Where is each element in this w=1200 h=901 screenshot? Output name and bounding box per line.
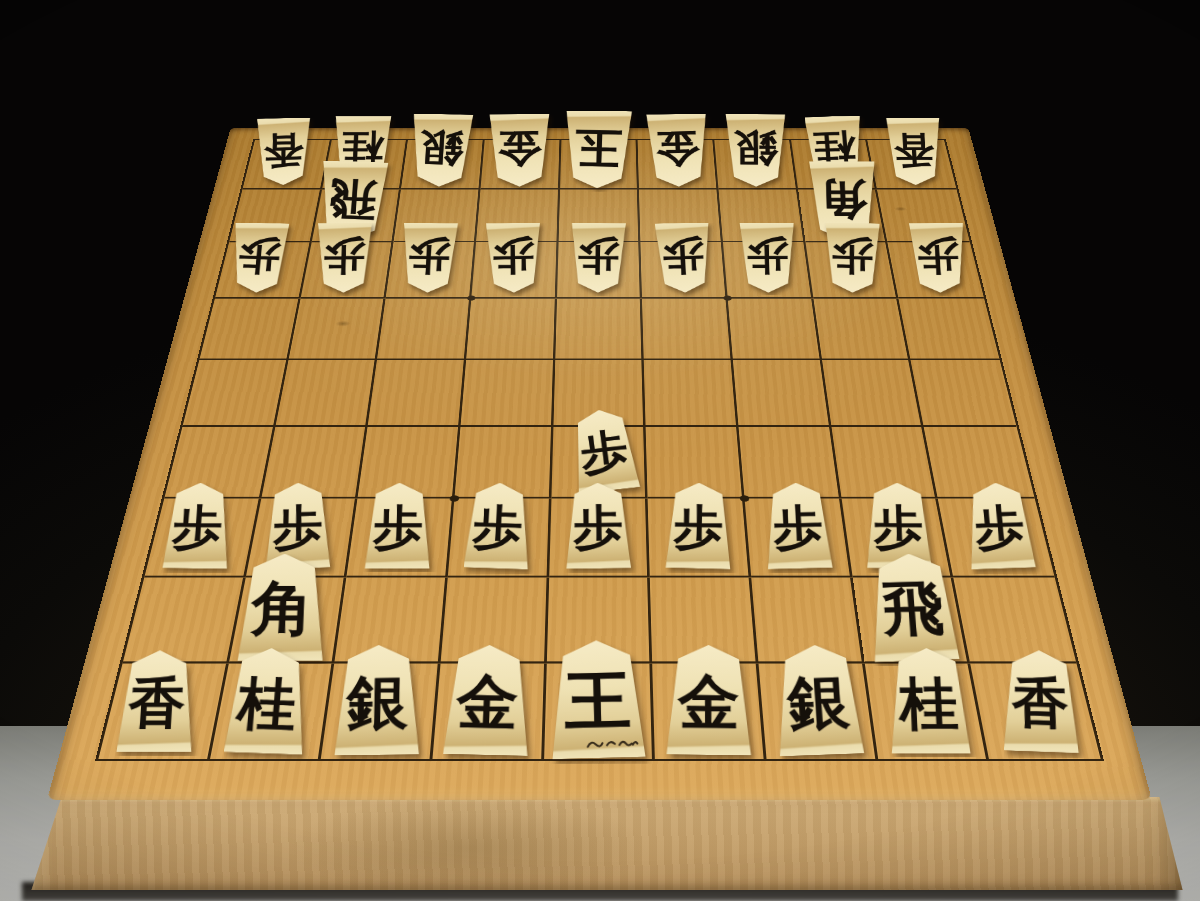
square-3a: 銀 [714, 140, 798, 189]
piece-pawn-gote[interactable]: 歩 [570, 223, 627, 293]
piece-silver-sente[interactable]: 銀 [332, 645, 423, 755]
piece-pawn-sente[interactable]: 歩 [964, 483, 1036, 569]
piece-body: 銀 [725, 114, 788, 187]
piece-kanji: 桂 [899, 674, 960, 730]
square-9d [199, 299, 300, 360]
piece-pawn-sente[interactable]: 歩 [162, 483, 234, 569]
piece-body: 桂 [222, 646, 312, 754]
piece-kanji: 香 [893, 132, 935, 168]
piece-body: 香 [885, 118, 944, 185]
square-9e [183, 360, 289, 426]
square-3e [733, 360, 831, 426]
square-9c: 歩 [215, 242, 312, 299]
shogi-set-photo: 香桂銀金玉金銀桂香飛角歩歩歩歩歩歩歩歩歩歩歩歩歩歩歩歩歩歩歩角飛香桂銀金王金銀桂… [0, 0, 1200, 901]
piece-kanji: 銀 [418, 128, 464, 169]
piece-kanji: 飛 [328, 177, 379, 221]
piece-pawn-sente[interactable]: 歩 [764, 483, 833, 569]
piece-body: 歩 [485, 222, 543, 293]
piece-pawn-sente[interactable]: 歩 [565, 483, 632, 569]
piece-kanji: 歩 [323, 237, 366, 275]
piece-gold-gote[interactable]: 金 [488, 114, 551, 187]
piece-lance-sente[interactable]: 香 [115, 650, 199, 751]
piece-pawn-sente[interactable]: 歩 [363, 483, 432, 569]
piece-pawn-gote[interactable]: 歩 [739, 223, 797, 293]
piece-kanji: 銀 [734, 129, 778, 169]
square-1g: 歩 [938, 499, 1055, 578]
square-2d [813, 299, 911, 360]
piece-kanji: 歩 [171, 504, 224, 551]
piece-rook-sente[interactable]: 飛 [867, 554, 959, 661]
star-point [740, 495, 750, 502]
piece-kanji: 王 [564, 669, 632, 735]
square-3i: 銀 [759, 664, 878, 759]
piece-kanji: 歩 [407, 236, 451, 275]
piece-kanji: 銀 [346, 672, 408, 732]
piece-body: 銀 [772, 644, 867, 757]
piece-kanji: 歩 [273, 503, 323, 551]
square-5a: 玉 [560, 140, 639, 189]
piece-body: 金 [664, 645, 752, 756]
piece-kanji: 香 [127, 676, 187, 731]
square-1i: 香 [971, 664, 1101, 759]
shogi-board: 香桂銀金玉金銀桂香飛角歩歩歩歩歩歩歩歩歩歩歩歩歩歩歩歩歩歩歩角飛香桂銀金王金銀桂… [47, 0, 1152, 800]
piece-body: 金 [645, 113, 710, 187]
square-7g: 歩 [347, 499, 455, 578]
piece-body: 歩 [664, 482, 732, 569]
piece-body: 歩 [462, 482, 533, 570]
piece-kanji: 桂 [236, 673, 299, 731]
piece-pawn-gote[interactable]: 歩 [908, 223, 968, 293]
piece-lance-gote[interactable]: 香 [885, 118, 944, 185]
square-4e [644, 360, 739, 426]
square-8c: 歩 [300, 242, 393, 299]
piece-body: 金 [488, 114, 551, 187]
square-4a: 金 [638, 140, 719, 189]
square-5g: 歩 [549, 499, 650, 578]
piece-kanji: 歩 [578, 427, 631, 476]
piece-body: 歩 [739, 223, 797, 293]
piece-kanji: 金 [655, 128, 700, 168]
square-7e [368, 360, 466, 426]
piece-gold-gote[interactable]: 金 [646, 114, 709, 187]
piece-body: 歩 [315, 222, 373, 293]
piece-kanji: 歩 [831, 236, 873, 275]
piece-pawn-gote[interactable]: 歩 [823, 223, 882, 293]
square-4c: 歩 [641, 242, 728, 299]
square-9a: 香 [242, 140, 331, 189]
square-5i: 王 [544, 664, 655, 759]
piece-body: 歩 [161, 483, 234, 570]
square-1a: 香 [867, 140, 956, 189]
square-3d [728, 299, 822, 360]
square-6i: 金 [432, 664, 546, 759]
square-3g: 歩 [745, 499, 853, 578]
square-2i: 桂 [865, 664, 990, 759]
piece-body: 歩 [908, 222, 969, 293]
board-top-surface: 香桂銀金玉金銀桂香飛角歩歩歩歩歩歩歩歩歩歩歩歩歩歩歩歩歩歩歩角飛香桂銀金王金銀桂… [47, 128, 1152, 800]
piece-pawn-gote[interactable]: 歩 [400, 223, 458, 293]
piece-pawn-gote[interactable]: 歩 [229, 223, 289, 293]
piece-body: 歩 [228, 222, 291, 294]
piece-kanji: 歩 [573, 504, 623, 551]
piece-silver-gote[interactable]: 銀 [724, 114, 788, 187]
square-8i: 桂 [210, 664, 335, 759]
piece-knight-sente[interactable]: 桂 [224, 648, 310, 753]
piece-kanji: 歩 [746, 237, 789, 275]
piece-kanji: 歩 [577, 237, 619, 275]
square-9i: 香 [98, 664, 228, 759]
piece-body: 角 [236, 554, 328, 661]
square-6c: 歩 [471, 242, 558, 299]
piece-kanji: 歩 [373, 504, 424, 551]
piece-kanji: 香 [263, 131, 303, 168]
square-6e [460, 360, 555, 426]
square-4g: 歩 [648, 499, 751, 578]
piece-body: 玉 [563, 110, 634, 189]
piece-kanji: 歩 [493, 236, 535, 275]
piece-kanji: 銀 [786, 672, 851, 733]
square-6g: 歩 [448, 499, 551, 578]
piece-silver-gote[interactable]: 銀 [409, 114, 473, 187]
square-1c: 歩 [888, 242, 985, 299]
piece-lance-gote[interactable]: 香 [254, 118, 313, 185]
piece-kanji: 飛 [881, 579, 947, 640]
piece-body: 飛 [865, 552, 961, 662]
square-5c: 歩 [557, 242, 642, 299]
square-7a: 銀 [401, 140, 485, 189]
piece-body: 歩 [963, 482, 1038, 570]
board-box-front-face [28, 797, 1186, 890]
piece-body: 王 [549, 639, 648, 759]
piece-kanji: 角 [251, 580, 315, 638]
square-8e [275, 360, 377, 426]
square-1d [899, 299, 1000, 360]
square-8d [288, 299, 386, 360]
piece-kanji: 香 [1012, 675, 1070, 731]
piece-gold-sente[interactable]: 金 [443, 645, 532, 755]
piece-body: 歩 [824, 222, 881, 294]
piece-kanji: 玉 [574, 126, 622, 169]
square-2c: 歩 [805, 242, 898, 299]
piece-body: 歩 [567, 406, 641, 494]
piece-body: 歩 [564, 483, 632, 570]
king-signature-mark [585, 733, 640, 752]
square-7i: 銀 [321, 664, 440, 759]
square-1e [911, 360, 1017, 426]
piece-pawn-sente[interactable]: 歩 [572, 409, 636, 490]
square-3c: 歩 [723, 242, 813, 299]
square-4i: 金 [653, 664, 767, 759]
piece-body: 香 [115, 650, 199, 751]
piece-kanji: 歩 [673, 504, 723, 552]
piece-body: 歩 [653, 222, 713, 294]
piece-body: 銀 [332, 645, 421, 756]
piece-pawn-gote[interactable]: 歩 [314, 223, 373, 293]
piece-body: 香 [1001, 649, 1081, 753]
piece-kanji: 金 [456, 672, 520, 733]
board-grid: 香桂銀金玉金銀桂香飛角歩歩歩歩歩歩歩歩歩歩歩歩歩歩歩歩歩歩歩角飛香桂銀金王金銀桂… [95, 139, 1104, 761]
piece-pawn-sente[interactable]: 歩 [664, 483, 732, 569]
piece-body: 歩 [569, 222, 627, 293]
piece-body: 歩 [399, 222, 459, 293]
piece-kanji: 歩 [973, 503, 1027, 551]
piece-kanji: 歩 [773, 504, 825, 552]
piece-king-gote[interactable]: 玉 [564, 111, 633, 189]
piece-kanji: 金 [498, 129, 542, 169]
piece-kanji: 歩 [472, 503, 524, 551]
square-2e [822, 360, 924, 426]
piece-body: 金 [442, 644, 534, 756]
piece-pawn-sente[interactable]: 歩 [464, 483, 532, 569]
piece-kanji: 金 [678, 672, 739, 732]
piece-body: 桂 [886, 648, 972, 753]
piece-body: 歩 [363, 483, 432, 569]
piece-kanji: 歩 [661, 236, 705, 275]
piece-body: 歩 [763, 482, 834, 569]
piece-body: 香 [256, 117, 312, 186]
square-7c: 歩 [386, 242, 476, 299]
piece-kanji: 角 [819, 177, 868, 220]
square-6a: 金 [480, 140, 561, 189]
square-4d [642, 299, 733, 360]
square-5d [555, 299, 644, 360]
piece-pawn-gote[interactable]: 歩 [485, 223, 543, 293]
piece-body: 銀 [407, 113, 474, 188]
piece-kanji: 歩 [916, 237, 960, 275]
square-7d [377, 299, 471, 360]
piece-kanji: 歩 [873, 504, 924, 551]
piece-pawn-gote[interactable]: 歩 [654, 223, 711, 293]
piece-gold-sente[interactable]: 金 [664, 645, 753, 755]
piece-king-sente[interactable]: 王 [550, 641, 647, 759]
piece-lance-sente[interactable]: 香 [999, 650, 1083, 751]
piece-kanji: 歩 [237, 236, 282, 275]
piece-knight-sente[interactable]: 桂 [886, 648, 972, 753]
piece-bishop-sente[interactable]: 角 [236, 554, 328, 661]
star-point [723, 296, 732, 301]
square-6d [466, 299, 557, 360]
piece-silver-sente[interactable]: 銀 [774, 645, 865, 755]
